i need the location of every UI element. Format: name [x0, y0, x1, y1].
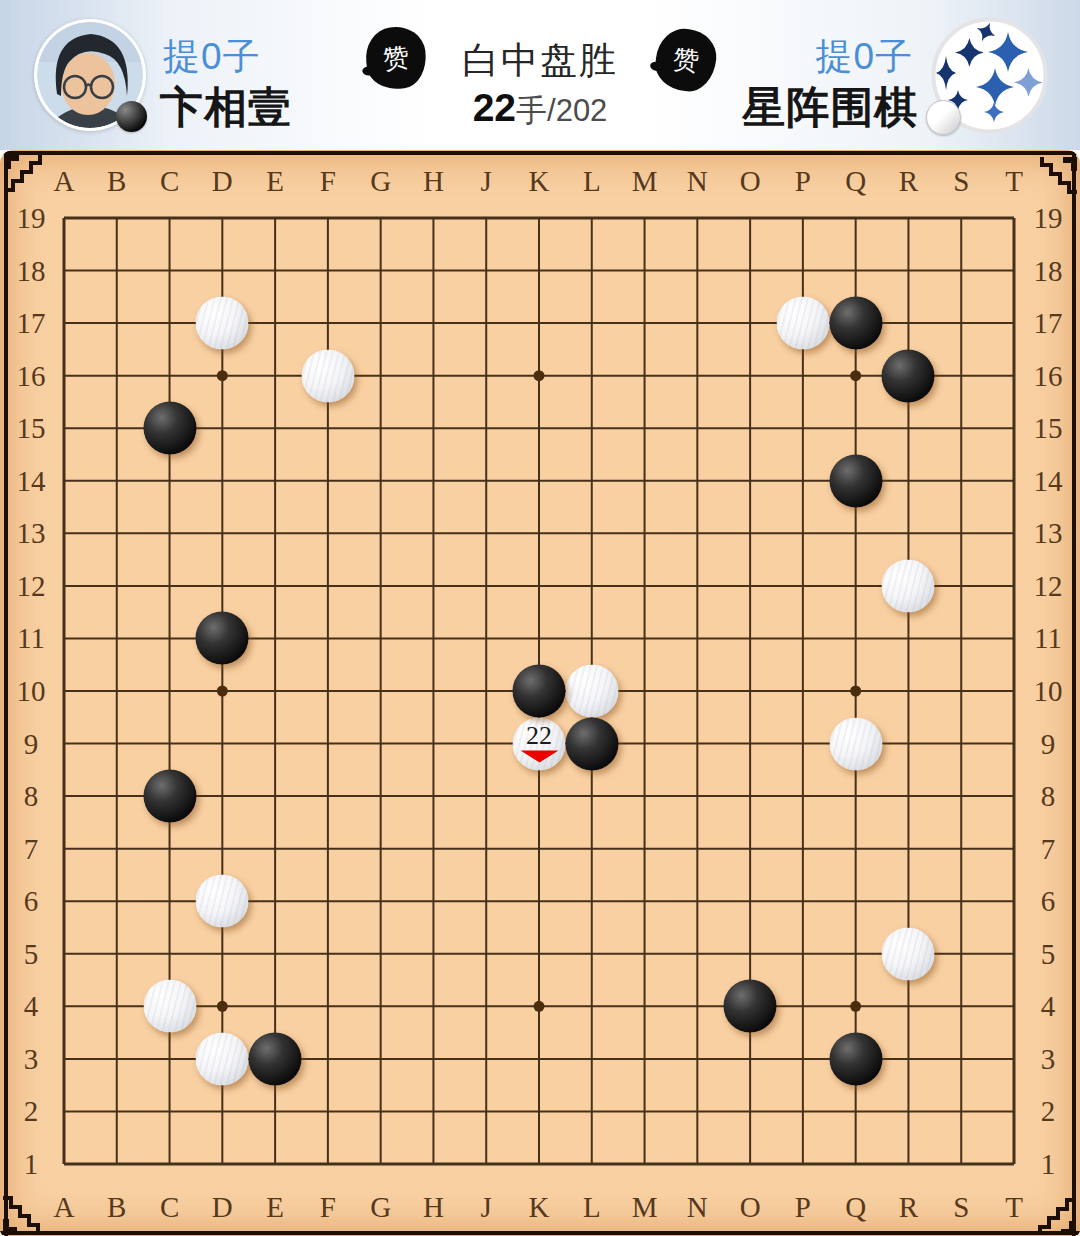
coord-label: 14 — [17, 464, 46, 497]
go-board[interactable]: AABBCCDDEEFFGGHHJJKKLLMMNNOOPPQQRRSSTT19… — [0, 150, 1080, 1236]
game-result-text: 白中盘胜 — [462, 36, 618, 86]
stone-black[interactable] — [829, 297, 882, 350]
coord-label: G — [370, 165, 391, 198]
total-moves-text: 手/202 — [516, 93, 607, 128]
white-captures-label: 提0子 — [815, 32, 913, 82]
coord-label: 4 — [24, 990, 39, 1023]
frame-corner-icon — [0, 1184, 56, 1236]
coord-label: 9 — [1041, 727, 1056, 760]
seal-character: 赞 — [671, 41, 701, 79]
coord-label: A — [54, 165, 75, 198]
frame-corner-icon — [1024, 154, 1080, 206]
coord-label: K — [529, 1191, 550, 1224]
coord-label: 10 — [1034, 675, 1063, 708]
coord-label: 15 — [1034, 412, 1063, 445]
white-stone-icon — [926, 100, 961, 135]
coord-label: 6 — [1041, 885, 1056, 918]
stone-white[interactable] — [565, 665, 618, 718]
coord-label: G — [370, 1191, 391, 1224]
stone-white[interactable] — [882, 559, 935, 612]
coord-label: J — [481, 165, 492, 198]
coord-label: 2 — [1041, 1095, 1056, 1128]
black-player-name: 卞相壹 — [160, 79, 292, 137]
stone-white[interactable] — [776, 297, 829, 350]
frame-corner-icon — [1026, 1182, 1078, 1236]
stone-white[interactable] — [301, 349, 354, 402]
stone-black[interactable] — [196, 612, 249, 665]
stone-white[interactable] — [829, 717, 882, 770]
coord-label: 13 — [17, 517, 46, 550]
coord-label: 8 — [1041, 780, 1056, 813]
stone-black[interactable] — [724, 980, 777, 1033]
coord-label: T — [1005, 1191, 1023, 1224]
like-seal-icon[interactable]: 赞 — [362, 24, 429, 93]
coord-label: P — [795, 165, 811, 198]
coord-label: 17 — [1034, 307, 1063, 340]
stone-black[interactable] — [143, 770, 196, 823]
coord-label: E — [266, 1191, 284, 1224]
coord-label: B — [107, 165, 126, 198]
coord-label: M — [632, 165, 658, 198]
last-move-marker-triangle — [520, 750, 558, 762]
coord-label: A — [54, 1191, 75, 1224]
coord-label: N — [687, 1191, 708, 1224]
frame-border-right — [1072, 150, 1076, 1236]
match-header: 提0子 卞相壹 赞 赞 白中盘胜 22手/202 提0子 星阵围棋 — [0, 0, 1080, 150]
coord-label: 11 — [17, 622, 45, 655]
coord-label: N — [687, 165, 708, 198]
coord-label: 15 — [17, 412, 46, 445]
coord-label: 18 — [1034, 254, 1063, 287]
move-counter: 22手/202 — [473, 86, 608, 132]
frame-border-left — [4, 150, 8, 1236]
coord-label: 17 — [17, 307, 46, 340]
coord-label: 1 — [24, 1148, 39, 1181]
coord-label: 2 — [24, 1095, 39, 1128]
coord-label: D — [212, 165, 233, 198]
coord-label: O — [740, 1191, 761, 1224]
coord-label: 12 — [17, 569, 46, 602]
coord-label: 16 — [17, 359, 46, 392]
coord-label: H — [423, 1191, 444, 1224]
coord-label: 8 — [24, 780, 39, 813]
coord-label: 3 — [1041, 1042, 1056, 1075]
coord-label: 19 — [1034, 202, 1063, 235]
coord-label: 18 — [17, 254, 46, 287]
coord-label: 12 — [1034, 569, 1063, 602]
stone-black[interactable] — [829, 454, 882, 507]
coord-label: C — [160, 165, 179, 198]
stone-black[interactable] — [882, 349, 935, 402]
black-captures-label: 提0子 — [163, 32, 261, 82]
coord-label: D — [212, 1191, 233, 1224]
stone-black[interactable] — [829, 1032, 882, 1085]
stone-white[interactable] — [196, 1032, 249, 1085]
coord-label: F — [320, 165, 336, 198]
coord-label: 3 — [24, 1042, 39, 1075]
coord-label: 10 — [17, 675, 46, 708]
frame-corner-icon — [2, 152, 54, 208]
coord-label: R — [899, 165, 918, 198]
coord-label: 1 — [1041, 1148, 1056, 1181]
coord-label: C — [160, 1191, 179, 1224]
stone-white[interactable] — [143, 980, 196, 1033]
current-move-number: 22 — [473, 86, 516, 129]
coord-label: T — [1005, 165, 1023, 198]
coord-label: 7 — [1041, 832, 1056, 865]
coord-label: M — [632, 1191, 658, 1224]
coord-label: E — [266, 165, 284, 198]
frame-border-bottom — [0, 1231, 1080, 1235]
black-stone-icon — [116, 101, 147, 132]
last-move-number: 22 — [526, 720, 552, 750]
stone-black[interactable] — [513, 665, 566, 718]
coord-label: 14 — [1034, 464, 1063, 497]
stone-white[interactable] — [196, 875, 249, 928]
coord-label: 9 — [24, 727, 39, 760]
coord-label: 6 — [24, 885, 39, 918]
coord-label: O — [740, 165, 761, 198]
coord-label: 5 — [1041, 937, 1056, 970]
golaxy-game-review: 提0子 卞相壹 赞 赞 白中盘胜 22手/202 提0子 星阵围棋 — [0, 0, 1080, 1236]
like-seal-icon[interactable]: 赞 — [653, 26, 719, 94]
coord-label: 11 — [1034, 622, 1062, 655]
coord-label: 16 — [1034, 359, 1063, 392]
coord-label: K — [529, 165, 550, 198]
stone-black[interactable] — [565, 717, 618, 770]
coord-label: Q — [845, 1191, 866, 1224]
stone-white[interactable] — [196, 297, 249, 350]
coord-label: J — [481, 1191, 492, 1224]
coord-label: P — [795, 1191, 811, 1224]
coord-label: S — [953, 1191, 969, 1224]
coord-label: 4 — [1041, 990, 1056, 1023]
coord-label: H — [423, 165, 444, 198]
coord-label: L — [583, 1191, 601, 1224]
stone-white[interactable] — [882, 927, 935, 980]
frame-border-top — [0, 151, 1080, 155]
coord-label: R — [899, 1191, 918, 1224]
coord-label: 5 — [24, 937, 39, 970]
stone-white[interactable]: 22 — [513, 717, 566, 770]
white-player-name: 星阵围棋 — [742, 79, 918, 137]
coord-label: F — [320, 1191, 336, 1224]
coord-label: L — [583, 165, 601, 198]
seal-character: 赞 — [381, 39, 411, 77]
coord-label: Q — [845, 165, 866, 198]
coord-label: 7 — [24, 832, 39, 865]
stone-black[interactable] — [249, 1032, 302, 1085]
coord-label: B — [107, 1191, 126, 1224]
coord-label: S — [953, 165, 969, 198]
stone-black[interactable] — [143, 402, 196, 455]
coord-label: 13 — [1034, 517, 1063, 550]
